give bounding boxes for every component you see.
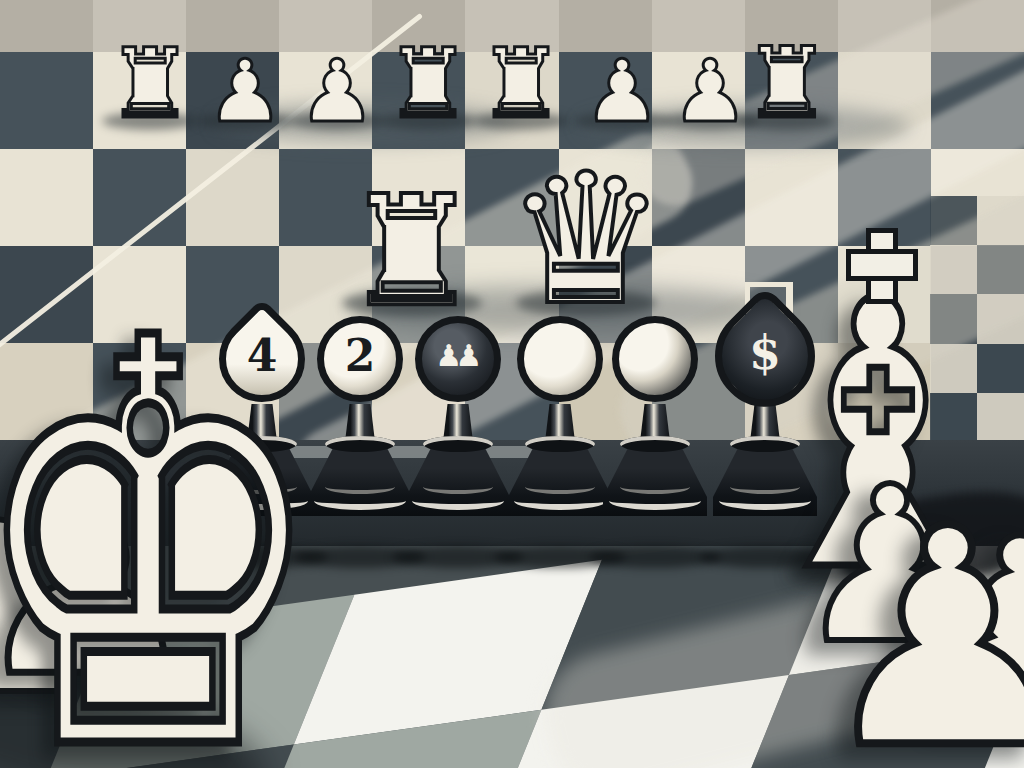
wall-tile — [977, 393, 1024, 442]
wall-tile — [0, 0, 93, 52]
wall-tile — [977, 344, 1024, 393]
wall-tile — [93, 0, 186, 52]
wall-tile — [279, 0, 372, 52]
bishop-cross-icon — [846, 249, 918, 281]
wall-tile — [186, 0, 279, 52]
wall-tile — [559, 0, 652, 52]
floor — [0, 440, 1024, 768]
wall-shadow — [215, 102, 515, 144]
wall-shadow — [580, 104, 910, 148]
chess-illustration-scene: ♜♟♟♜♜♟♟♜♜♛♚♝♟♟♟♟♟ 42♟♟$ — [0, 0, 1024, 768]
wall-tile — [0, 52, 93, 149]
wall-tile — [465, 0, 558, 52]
wall-tile — [279, 149, 372, 246]
wall-tile — [0, 149, 93, 246]
ledge-highlight — [228, 446, 564, 458]
wall-tile — [930, 393, 977, 442]
wall-tile — [745, 0, 838, 52]
pawn-shadow — [10, 652, 200, 698]
wall-shadow — [350, 286, 780, 334]
wall-tile — [93, 52, 186, 149]
wall-tile — [652, 0, 745, 52]
